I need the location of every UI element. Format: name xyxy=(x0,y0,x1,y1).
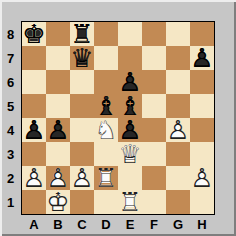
piece-outline: ♕ xyxy=(70,46,94,70)
rank-label-5: 5 xyxy=(0,94,21,118)
file-label-f: F xyxy=(142,215,166,234)
piece-outline: ♖ xyxy=(94,166,118,190)
square-a2: ♟♙ xyxy=(22,166,46,190)
piece-outline: ♕ xyxy=(118,142,142,166)
square-h6 xyxy=(190,70,214,94)
white-pawn-g4: ♟♙ xyxy=(166,118,190,142)
square-c5 xyxy=(70,94,94,118)
square-g4: ♟♙ xyxy=(166,118,190,142)
piece-outline: ♙ xyxy=(166,118,190,142)
file-label-h: H xyxy=(190,215,214,234)
square-e8 xyxy=(118,22,142,46)
rank-label-2: 2 xyxy=(0,166,21,190)
piece-outline: ♔ xyxy=(22,22,46,46)
square-e1: ♜♖ xyxy=(118,190,142,214)
file-label-d: D xyxy=(94,215,118,234)
square-a6 xyxy=(22,70,46,94)
square-g8 xyxy=(166,22,190,46)
square-h1 xyxy=(190,190,214,214)
white-pawn-a2: ♟♙ xyxy=(22,166,46,190)
piece-outline: ♔ xyxy=(46,190,70,214)
square-b8 xyxy=(46,22,70,46)
rank-label-4: 4 xyxy=(0,118,21,142)
white-king-b1: ♚♔ xyxy=(46,190,70,214)
piece-outline: ♙ xyxy=(22,166,46,190)
white-rook-e1: ♜♖ xyxy=(118,190,142,214)
file-label-g: G xyxy=(166,215,190,234)
square-f2 xyxy=(142,166,166,190)
square-h4 xyxy=(190,118,214,142)
black-king-a8: ♚♔ xyxy=(22,22,46,46)
white-queen-e3: ♛♕ xyxy=(118,142,142,166)
square-a4: ♟♙ xyxy=(22,118,46,142)
square-c1 xyxy=(70,190,94,214)
file-labels: ABCDEFGH xyxy=(22,215,214,234)
rank-labels: 87654321 xyxy=(0,22,21,214)
square-b4: ♟♙ xyxy=(46,118,70,142)
piece-outline: ♙ xyxy=(22,118,46,142)
square-d2: ♜♖ xyxy=(94,166,118,190)
square-g1 xyxy=(166,190,190,214)
piece-outline: ♙ xyxy=(190,46,214,70)
square-e3: ♛♕ xyxy=(118,142,142,166)
square-g7 xyxy=(166,46,190,70)
square-c4 xyxy=(70,118,94,142)
square-c7: ♛♕ xyxy=(70,46,94,70)
square-f6 xyxy=(142,70,166,94)
black-pawn-a4: ♟♙ xyxy=(22,118,46,142)
file-label-c: C xyxy=(70,215,94,234)
square-a7 xyxy=(22,46,46,70)
white-pawn-c2: ♟♙ xyxy=(70,166,94,190)
rank-label-8: 8 xyxy=(0,22,21,46)
square-f1 xyxy=(142,190,166,214)
square-b7 xyxy=(46,46,70,70)
rank-label-7: 7 xyxy=(0,46,21,70)
rank-label-6: 6 xyxy=(0,70,21,94)
square-f4 xyxy=(142,118,166,142)
square-c2: ♟♙ xyxy=(70,166,94,190)
square-d8 xyxy=(94,22,118,46)
piece-outline: ♙ xyxy=(46,118,70,142)
rank-label-1: 1 xyxy=(0,190,21,214)
square-f7 xyxy=(142,46,166,70)
square-a1 xyxy=(22,190,46,214)
square-d7 xyxy=(94,46,118,70)
black-pawn-b4: ♟♙ xyxy=(46,118,70,142)
file-label-e: E xyxy=(118,215,142,234)
white-knight-d4: ♞♘ xyxy=(94,118,118,142)
piece-outline: ♙ xyxy=(190,166,214,190)
square-d4: ♞♘ xyxy=(94,118,118,142)
piece-outline: ♖ xyxy=(118,190,142,214)
square-g2 xyxy=(166,166,190,190)
square-f5 xyxy=(142,94,166,118)
black-queen-c7: ♛♕ xyxy=(70,46,94,70)
file-label-b: B xyxy=(46,215,70,234)
square-g6 xyxy=(166,70,190,94)
chess-board: ♚♔♜♖♛♕♟♙♟♙♝♗♝♗♟♙♟♙♞♘♟♙♟♙♛♕♟♙♟♙♟♙♜♖♟♙♚♔♜♖ xyxy=(21,21,215,215)
piece-outline: ♘ xyxy=(94,118,118,142)
white-pawn-h2: ♟♙ xyxy=(190,166,214,190)
square-b6 xyxy=(46,70,70,94)
square-b1: ♚♔ xyxy=(46,190,70,214)
file-label-a: A xyxy=(22,215,46,234)
piece-outline: ♙ xyxy=(70,166,94,190)
square-f3 xyxy=(142,142,166,166)
square-h5 xyxy=(190,94,214,118)
square-a8: ♚♔ xyxy=(22,22,46,46)
square-g3 xyxy=(166,142,190,166)
board-frame: 87654321 ♚♔♜♖♛♕♟♙♟♙♝♗♝♗♟♙♟♙♞♘♟♙♟♙♛♕♟♙♟♙♟… xyxy=(0,0,236,236)
black-pawn-h7: ♟♙ xyxy=(190,46,214,70)
square-f8 xyxy=(142,22,166,46)
square-h7: ♟♙ xyxy=(190,46,214,70)
square-d1 xyxy=(94,190,118,214)
square-c6 xyxy=(70,70,94,94)
white-rook-d2: ♜♖ xyxy=(94,166,118,190)
square-h2: ♟♙ xyxy=(190,166,214,190)
rank-label-3: 3 xyxy=(0,142,21,166)
